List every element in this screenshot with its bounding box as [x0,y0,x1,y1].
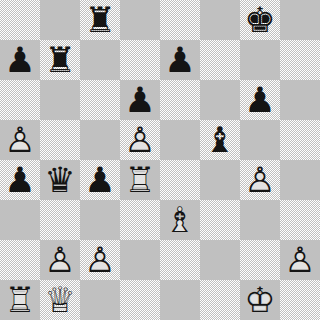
square-d6[interactable]: ♟ [120,80,160,120]
white-pawn-icon: ♟ [120,120,160,160]
white-rook-outline-icon: ♖ [120,160,160,200]
square-b3[interactable] [40,200,80,240]
square-e6[interactable] [160,80,200,120]
black-bishop-icon: ♝ [200,120,240,160]
white-king-icon: ♚ [240,280,280,320]
square-c4[interactable]: ♟ [80,160,120,200]
black-king-icon: ♚ [240,0,280,40]
white-pawn-outline-icon: ♙ [40,240,80,280]
black-rook-icon: ♜ [40,40,80,80]
black-pawn-icon: ♟ [0,40,40,80]
white-rook-icon: ♜ [0,280,40,320]
black-rook-icon: ♜ [80,0,120,40]
square-c2[interactable]: ♟♙ [80,240,120,280]
white-pawn-outline-icon: ♙ [280,240,320,280]
square-b6[interactable] [40,80,80,120]
square-g2[interactable] [240,240,280,280]
square-c1[interactable] [80,280,120,320]
square-a3[interactable] [0,200,40,240]
square-g6[interactable]: ♟ [240,80,280,120]
white-queen-outline-icon: ♕ [40,280,80,320]
square-b4[interactable]: ♛ [40,160,80,200]
square-e2[interactable] [160,240,200,280]
black-pawn-icon: ♟ [160,40,200,80]
white-pawn-outline-icon: ♙ [80,240,120,280]
black-pawn-icon: ♟ [80,160,120,200]
square-f7[interactable] [200,40,240,80]
square-h8[interactable] [280,0,320,40]
square-g5[interactable] [240,120,280,160]
square-a4[interactable]: ♟ [0,160,40,200]
square-f8[interactable] [200,0,240,40]
square-f2[interactable] [200,240,240,280]
square-e3[interactable]: ♝♗ [160,200,200,240]
square-g8[interactable]: ♚ [240,0,280,40]
white-pawn-outline-icon: ♙ [240,160,280,200]
square-a6[interactable] [0,80,40,120]
square-d7[interactable] [120,40,160,80]
square-e5[interactable] [160,120,200,160]
square-a1[interactable]: ♜♖ [0,280,40,320]
square-b1[interactable]: ♛♕ [40,280,80,320]
white-pawn-outline-icon: ♙ [0,120,40,160]
square-h6[interactable] [280,80,320,120]
white-pawn-icon: ♟ [280,240,320,280]
square-g7[interactable] [240,40,280,80]
square-g4[interactable]: ♟♙ [240,160,280,200]
square-b5[interactable] [40,120,80,160]
square-h3[interactable] [280,200,320,240]
square-d8[interactable] [120,0,160,40]
square-a7[interactable]: ♟ [0,40,40,80]
white-queen-icon: ♛ [40,280,80,320]
square-h7[interactable] [280,40,320,80]
square-g1[interactable]: ♚♔ [240,280,280,320]
black-pawn-icon: ♟ [0,160,40,200]
square-e7[interactable]: ♟ [160,40,200,80]
black-pawn-icon: ♟ [120,80,160,120]
white-bishop-outline-icon: ♗ [160,200,200,240]
white-pawn-icon: ♟ [0,120,40,160]
square-a8[interactable] [0,0,40,40]
square-e4[interactable] [160,160,200,200]
square-e1[interactable] [160,280,200,320]
square-h4[interactable] [280,160,320,200]
black-queen-icon: ♛ [40,160,80,200]
square-f6[interactable] [200,80,240,120]
square-f5[interactable]: ♝ [200,120,240,160]
square-d1[interactable] [120,280,160,320]
square-a5[interactable]: ♟♙ [0,120,40,160]
square-b2[interactable]: ♟♙ [40,240,80,280]
square-d2[interactable] [120,240,160,280]
square-b8[interactable] [40,0,80,40]
square-f1[interactable] [200,280,240,320]
square-e8[interactable] [160,0,200,40]
square-f3[interactable] [200,200,240,240]
square-c8[interactable]: ♜ [80,0,120,40]
square-f4[interactable] [200,160,240,200]
square-d5[interactable]: ♟♙ [120,120,160,160]
white-pawn-icon: ♟ [40,240,80,280]
white-pawn-icon: ♟ [240,160,280,200]
white-king-outline-icon: ♔ [240,280,280,320]
black-pawn-icon: ♟ [240,80,280,120]
square-d3[interactable] [120,200,160,240]
chess-board: ♜♚♟♜♟♟♟♟♙♟♙♝♟♛♟♜♖♟♙♝♗♟♙♟♙♟♙♜♖♛♕♚♔ [0,0,320,320]
square-g3[interactable] [240,200,280,240]
square-h2[interactable]: ♟♙ [280,240,320,280]
square-c3[interactable] [80,200,120,240]
square-b7[interactable]: ♜ [40,40,80,80]
square-c7[interactable] [80,40,120,80]
white-pawn-outline-icon: ♙ [120,120,160,160]
square-c6[interactable] [80,80,120,120]
white-rook-outline-icon: ♖ [0,280,40,320]
white-rook-icon: ♜ [120,160,160,200]
square-h5[interactable] [280,120,320,160]
square-c5[interactable] [80,120,120,160]
square-h1[interactable] [280,280,320,320]
white-pawn-icon: ♟ [80,240,120,280]
square-a2[interactable] [0,240,40,280]
square-d4[interactable]: ♜♖ [120,160,160,200]
white-bishop-icon: ♝ [160,200,200,240]
